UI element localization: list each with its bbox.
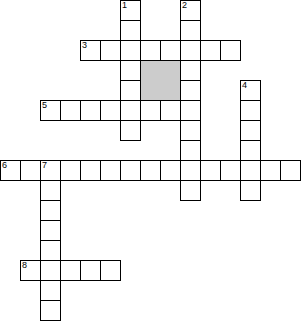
cell-r13-c4[interactable] xyxy=(80,260,101,281)
cell-r6-c12[interactable] xyxy=(240,120,261,141)
clue-number-2: 2 xyxy=(182,1,187,10)
cell-r8-c8[interactable] xyxy=(160,160,181,181)
cell-r8-c5[interactable] xyxy=(100,160,121,181)
clue-number-5: 5 xyxy=(42,101,47,110)
cell-r5-c8[interactable] xyxy=(160,100,181,121)
cell-r5-c12[interactable] xyxy=(240,100,261,121)
cell-r8-c12[interactable] xyxy=(240,160,261,181)
clue-number-1: 1 xyxy=(122,1,127,10)
cell-r5-c2[interactable]: 5 xyxy=(40,100,61,121)
cell-r5-c9[interactable] xyxy=(180,100,201,121)
cell-r0-c9[interactable]: 2 xyxy=(180,0,201,21)
cell-r2-c11[interactable] xyxy=(220,40,241,61)
cell-r3-c6[interactable] xyxy=(120,60,141,81)
cell-r6-c6[interactable] xyxy=(120,120,141,141)
clue-number-8: 8 xyxy=(22,261,27,270)
cell-r4-c12[interactable]: 4 xyxy=(240,80,261,101)
cell-r2-c10[interactable] xyxy=(200,40,221,61)
cell-r2-c7[interactable] xyxy=(140,40,161,61)
cell-r5-c3[interactable] xyxy=(60,100,81,121)
cell-r9-c9[interactable] xyxy=(180,180,201,201)
cell-r11-c2[interactable] xyxy=(40,220,61,241)
cell-r2-c6[interactable] xyxy=(120,40,141,61)
cell-r8-c0[interactable]: 6 xyxy=(0,160,21,181)
cell-r1-c9[interactable] xyxy=(180,20,201,41)
cell-r4-c9[interactable] xyxy=(180,80,201,101)
cell-r8-c2[interactable]: 7 xyxy=(40,160,61,181)
cell-r2-c9[interactable] xyxy=(180,40,201,61)
cell-r8-c10[interactable] xyxy=(200,160,221,181)
cell-r8-c13[interactable] xyxy=(260,160,281,181)
cell-r0-c6[interactable]: 1 xyxy=(120,0,141,21)
cell-r5-c5[interactable] xyxy=(100,100,121,121)
shaded-block xyxy=(140,60,181,101)
cell-r8-c7[interactable] xyxy=(140,160,161,181)
cell-r2-c5[interactable] xyxy=(100,40,121,61)
clue-number-4: 4 xyxy=(242,81,247,90)
crossword-grid: 12345678 xyxy=(0,0,301,321)
cell-r5-c6[interactable] xyxy=(120,100,141,121)
cell-r9-c12[interactable] xyxy=(240,180,261,201)
cell-r15-c2[interactable] xyxy=(40,300,61,321)
cell-r13-c1[interactable]: 8 xyxy=(20,260,41,281)
cell-r1-c6[interactable] xyxy=(120,20,141,41)
cell-r12-c2[interactable] xyxy=(40,240,61,261)
cell-r13-c3[interactable] xyxy=(60,260,81,281)
cell-r7-c12[interactable] xyxy=(240,140,261,161)
cell-r8-c9[interactable] xyxy=(180,160,201,181)
cell-r14-c2[interactable] xyxy=(40,280,61,301)
cell-r8-c4[interactable] xyxy=(80,160,101,181)
cell-r13-c5[interactable] xyxy=(100,260,121,281)
clue-number-7: 7 xyxy=(42,161,47,170)
clue-number-6: 6 xyxy=(2,161,7,170)
cell-r5-c7[interactable] xyxy=(140,100,161,121)
cell-r8-c14[interactable] xyxy=(280,160,301,181)
cell-r6-c9[interactable] xyxy=(180,120,201,141)
cell-r8-c6[interactable] xyxy=(120,160,141,181)
cell-r8-c1[interactable] xyxy=(20,160,41,181)
clue-number-3: 3 xyxy=(82,41,87,50)
cell-r4-c6[interactable] xyxy=(120,80,141,101)
cell-r8-c11[interactable] xyxy=(220,160,241,181)
cell-r8-c3[interactable] xyxy=(60,160,81,181)
cell-r7-c9[interactable] xyxy=(180,140,201,161)
cell-r3-c9[interactable] xyxy=(180,60,201,81)
cell-r2-c4[interactable]: 3 xyxy=(80,40,101,61)
cell-r10-c2[interactable] xyxy=(40,200,61,221)
cell-r2-c8[interactable] xyxy=(160,40,181,61)
cell-r13-c2[interactable] xyxy=(40,260,61,281)
cell-r5-c4[interactable] xyxy=(80,100,101,121)
cell-r9-c2[interactable] xyxy=(40,180,61,201)
